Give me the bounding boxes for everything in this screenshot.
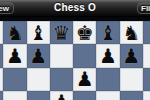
square-d8[interactable]: ♛ <box>50 21 73 44</box>
square-f6[interactable] <box>96 68 119 91</box>
square-g5[interactable] <box>120 91 143 100</box>
square-g8[interactable]: ♞ <box>120 21 143 44</box>
black-queen: ♛ <box>50 21 73 44</box>
square-c6[interactable] <box>27 68 50 91</box>
black-pawn: ♟ <box>27 44 50 67</box>
square-c7[interactable]: ♟ <box>27 44 50 67</box>
square-e7[interactable] <box>73 44 96 67</box>
square-g6[interactable] <box>120 68 143 91</box>
square-d7[interactable] <box>50 44 73 67</box>
square-e5[interactable] <box>73 91 96 100</box>
page-title: Chess O <box>0 1 150 15</box>
black-pawn: ♟ <box>50 91 73 100</box>
square-f8[interactable]: ♝ <box>96 21 119 44</box>
square-d5[interactable]: ♟ <box>50 91 73 100</box>
app-screen: New Chess O Flip ♞♝♛♚♝♞♟♟♟♟♟♟ <box>0 0 150 100</box>
square-e8[interactable]: ♚ <box>73 21 96 44</box>
square-c8[interactable]: ♝ <box>27 21 50 44</box>
square-h5[interactable] <box>143 91 150 100</box>
square-b7[interactable]: ♟ <box>3 44 26 67</box>
square-h6[interactable] <box>143 68 150 91</box>
square-c5[interactable] <box>27 91 50 100</box>
square-e6[interactable]: ♟ <box>73 68 96 91</box>
black-pawn: ♟ <box>120 44 143 67</box>
square-b6[interactable] <box>3 68 26 91</box>
square-h8[interactable] <box>143 21 150 44</box>
black-knight: ♞ <box>120 21 143 44</box>
square-d6[interactable] <box>50 68 73 91</box>
square-b5[interactable] <box>3 91 26 100</box>
navigation-bar: New Chess O Flip <box>0 0 150 17</box>
square-h7[interactable] <box>143 44 150 67</box>
chess-board: ♞♝♛♚♝♞♟♟♟♟♟♟ <box>0 21 150 100</box>
square-f7[interactable]: ♟ <box>96 44 119 67</box>
black-pawn: ♟ <box>3 44 26 67</box>
black-knight: ♞ <box>3 21 26 44</box>
square-f5[interactable] <box>96 91 119 100</box>
black-king: ♚ <box>73 21 96 44</box>
flip-board-button[interactable]: Flip <box>137 2 150 14</box>
black-bishop: ♝ <box>27 21 50 44</box>
black-pawn: ♟ <box>96 44 119 67</box>
black-bishop: ♝ <box>96 21 119 44</box>
square-b8[interactable]: ♞ <box>3 21 26 44</box>
square-g7[interactable]: ♟ <box>120 44 143 67</box>
black-pawn: ♟ <box>73 68 96 91</box>
